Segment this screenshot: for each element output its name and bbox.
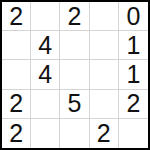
cell-r0c1[interactable] bbox=[31, 2, 60, 31]
cell-r3c3[interactable] bbox=[90, 90, 119, 119]
cell-r2c0[interactable] bbox=[2, 60, 31, 89]
cell-r2c4: 1 bbox=[119, 60, 148, 89]
cell-r4c2[interactable] bbox=[60, 119, 89, 148]
cell-r3c4: 2 bbox=[119, 90, 148, 119]
cell-r4c1[interactable] bbox=[31, 119, 60, 148]
cell-r0c3[interactable] bbox=[90, 2, 119, 31]
cell-r4c3: 2 bbox=[90, 119, 119, 148]
cell-r1c2[interactable] bbox=[60, 31, 89, 60]
cell-r1c1: 4 bbox=[31, 31, 60, 60]
cell-r0c4: 0 bbox=[119, 2, 148, 31]
cell-r4c4[interactable] bbox=[119, 119, 148, 148]
cell-r0c0: 2 bbox=[2, 2, 31, 31]
cell-r2c1: 4 bbox=[31, 60, 60, 89]
cell-r1c4: 1 bbox=[119, 31, 148, 60]
cell-r1c0[interactable] bbox=[2, 31, 31, 60]
cell-r3c0: 2 bbox=[2, 90, 31, 119]
puzzle-board: 2 2 0 4 1 4 1 2 5 2 2 2 bbox=[0, 0, 150, 150]
cell-r1c3[interactable] bbox=[90, 31, 119, 60]
cell-r2c3[interactable] bbox=[90, 60, 119, 89]
cell-r4c0: 2 bbox=[2, 119, 31, 148]
cell-r2c2[interactable] bbox=[60, 60, 89, 89]
cell-r3c1[interactable] bbox=[31, 90, 60, 119]
cell-r3c2: 5 bbox=[60, 90, 89, 119]
cell-r0c2: 2 bbox=[60, 2, 89, 31]
